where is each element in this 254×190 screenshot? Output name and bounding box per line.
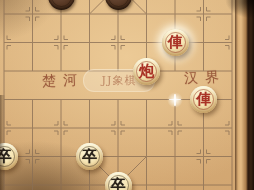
device-bezel [235, 0, 254, 190]
piece-red-chariot-a[interactable]: 俥 [162, 29, 189, 56]
piece-glyph: 卒 [111, 177, 126, 190]
app-watermark-text: JJ象棋 [102, 73, 137, 88]
river-label-chu: 楚河 [42, 71, 85, 90]
piece-glyph: 俥 [168, 35, 183, 50]
piece-red-chariot-b[interactable]: 俥 [190, 86, 217, 113]
left-edge-shadow [0, 95, 5, 190]
piece-glyph: 炮 [139, 63, 154, 78]
river-label-han: 汉界 [184, 68, 227, 87]
xiangqi-board: 楚河 汉界 JJ象棋 俥炮俥卒卒卒 [0, 0, 254, 190]
piece-glyph: 卒 [82, 149, 97, 164]
piece-black-soldier-b[interactable]: 卒 [76, 143, 103, 170]
board-surface: 楚河 汉界 JJ象棋 俥炮俥卒卒卒 [0, 0, 254, 190]
piece-red-cannon[interactable]: 炮 [133, 58, 160, 85]
piece-ring [108, 0, 129, 7]
piece-ring [51, 0, 72, 7]
device-bezel-corner-shadow [214, 0, 254, 26]
piece-glyph: 俥 [196, 92, 211, 107]
